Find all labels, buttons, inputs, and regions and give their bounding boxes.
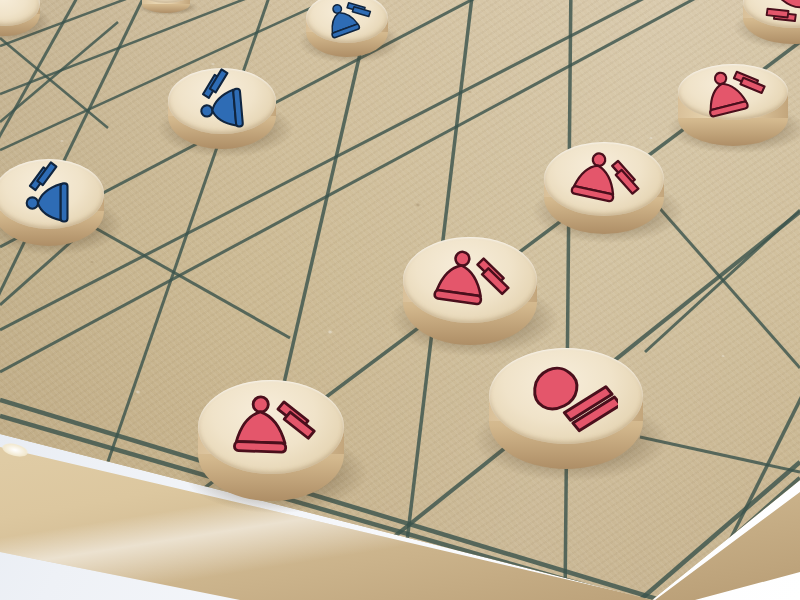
- red-pawn-e[interactable]: [544, 142, 664, 234]
- red-shell-icon: [514, 352, 618, 440]
- photo-canvas: { "game": { "name": "sittuyin", "descrip…: [0, 0, 800, 600]
- blue-pawn-corner-sliver[interactable]: [0, 0, 40, 36]
- blue-pawn-cone-icon: [18, 159, 81, 229]
- piece-top-face: [198, 380, 344, 474]
- red-pawn-f[interactable]: [403, 237, 537, 345]
- piece-top-sliver[interactable]: [142, 0, 190, 13]
- piece-top-face: [403, 237, 537, 323]
- blue-pawn-b[interactable]: [168, 68, 276, 149]
- red-pawn-cone-icon: [689, 64, 776, 120]
- red-pawn-d[interactable]: [678, 64, 788, 146]
- piece-top-face: [489, 348, 643, 444]
- red-shell-piece-h[interactable]: [489, 348, 643, 469]
- red-pawn-topright-sliver[interactable]: [743, 0, 800, 44]
- red-pawn-cone-icon: [557, 142, 651, 216]
- blue-pawn-cone-icon: [188, 68, 256, 134]
- blue-pawn-c[interactable]: [0, 159, 104, 246]
- piece-top-face: [168, 68, 276, 134]
- blue-pawn-cone-icon: [313, 0, 381, 43]
- piece-top-face: [678, 64, 788, 120]
- piece-top-face: [544, 142, 664, 216]
- blue-pawn-a[interactable]: [306, 0, 388, 57]
- red-pawn-cone-icon: [420, 237, 520, 323]
- red-pawn-g[interactable]: [198, 380, 344, 501]
- red-pawn-cone-icon: [220, 383, 322, 471]
